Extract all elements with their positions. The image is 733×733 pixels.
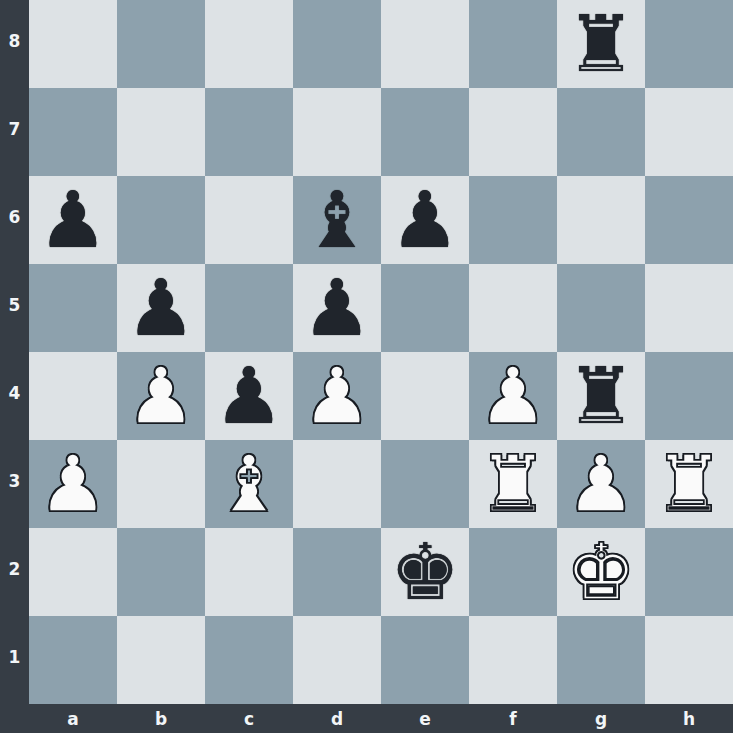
- square-e2[interactable]: ♚: [381, 528, 469, 616]
- square-f8[interactable]: [469, 0, 557, 88]
- square-f1[interactable]: [469, 616, 557, 704]
- white-bishop-piece[interactable]: ♝: [214, 440, 284, 528]
- square-g5[interactable]: [557, 264, 645, 352]
- square-f4[interactable]: ♟: [469, 352, 557, 440]
- file-label-h: h: [645, 704, 733, 733]
- square-g2[interactable]: ♚: [557, 528, 645, 616]
- white-rook-piece[interactable]: ♜: [478, 440, 548, 528]
- rank-labels: 87654321: [0, 0, 29, 704]
- black-king-piece[interactable]: ♚: [390, 528, 460, 616]
- square-d8[interactable]: [293, 0, 381, 88]
- black-pawn-piece[interactable]: ♟: [38, 176, 108, 264]
- square-a5[interactable]: [29, 264, 117, 352]
- square-d7[interactable]: [293, 88, 381, 176]
- square-a2[interactable]: [29, 528, 117, 616]
- square-c2[interactable]: [205, 528, 293, 616]
- black-rook-piece[interactable]: ♜: [566, 352, 636, 440]
- square-g1[interactable]: [557, 616, 645, 704]
- chess-board-frame: ♜♟♝♟♟♟♟♟♟♟♜♟♝♜♟♜♚♚ 87654321 abcdefgh: [0, 0, 733, 733]
- black-rook-piece[interactable]: ♜: [566, 0, 636, 88]
- square-d6[interactable]: ♝: [293, 176, 381, 264]
- square-a3[interactable]: ♟: [29, 440, 117, 528]
- square-a6[interactable]: ♟: [29, 176, 117, 264]
- square-f2[interactable]: [469, 528, 557, 616]
- square-c7[interactable]: [205, 88, 293, 176]
- square-a1[interactable]: [29, 616, 117, 704]
- file-label-a: a: [29, 704, 117, 733]
- square-b4[interactable]: ♟: [117, 352, 205, 440]
- square-a4[interactable]: [29, 352, 117, 440]
- square-b1[interactable]: [117, 616, 205, 704]
- square-d1[interactable]: [293, 616, 381, 704]
- square-h4[interactable]: [645, 352, 733, 440]
- rank-label-3: 3: [0, 440, 29, 528]
- square-c1[interactable]: [205, 616, 293, 704]
- square-d4[interactable]: ♟: [293, 352, 381, 440]
- square-g7[interactable]: [557, 88, 645, 176]
- square-c8[interactable]: [205, 0, 293, 88]
- square-g6[interactable]: [557, 176, 645, 264]
- square-b3[interactable]: [117, 440, 205, 528]
- square-c3[interactable]: ♝: [205, 440, 293, 528]
- square-d2[interactable]: [293, 528, 381, 616]
- square-g3[interactable]: ♟: [557, 440, 645, 528]
- file-label-g: g: [557, 704, 645, 733]
- rank-label-1: 1: [0, 616, 29, 704]
- white-king-piece[interactable]: ♚: [566, 528, 636, 616]
- square-f7[interactable]: [469, 88, 557, 176]
- square-c6[interactable]: [205, 176, 293, 264]
- rank-label-4: 4: [0, 352, 29, 440]
- file-label-c: c: [205, 704, 293, 733]
- black-bishop-piece[interactable]: ♝: [302, 176, 372, 264]
- square-h3[interactable]: ♜: [645, 440, 733, 528]
- square-f6[interactable]: [469, 176, 557, 264]
- square-g8[interactable]: ♜: [557, 0, 645, 88]
- rank-label-2: 2: [0, 528, 29, 616]
- square-a7[interactable]: [29, 88, 117, 176]
- square-b7[interactable]: [117, 88, 205, 176]
- rank-label-8: 8: [0, 0, 29, 88]
- black-pawn-piece[interactable]: ♟: [302, 264, 372, 352]
- square-e8[interactable]: [381, 0, 469, 88]
- square-b5[interactable]: ♟: [117, 264, 205, 352]
- square-b6[interactable]: [117, 176, 205, 264]
- square-c4[interactable]: ♟: [205, 352, 293, 440]
- square-c5[interactable]: [205, 264, 293, 352]
- square-e6[interactable]: ♟: [381, 176, 469, 264]
- chess-board: ♜♟♝♟♟♟♟♟♟♟♜♟♝♜♟♜♚♚: [29, 0, 733, 704]
- square-f3[interactable]: ♜: [469, 440, 557, 528]
- white-pawn-piece[interactable]: ♟: [126, 352, 196, 440]
- file-label-f: f: [469, 704, 557, 733]
- white-pawn-piece[interactable]: ♟: [478, 352, 548, 440]
- rank-label-6: 6: [0, 176, 29, 264]
- black-pawn-piece[interactable]: ♟: [214, 352, 284, 440]
- square-h8[interactable]: [645, 0, 733, 88]
- white-pawn-piece[interactable]: ♟: [302, 352, 372, 440]
- square-e4[interactable]: [381, 352, 469, 440]
- square-b2[interactable]: [117, 528, 205, 616]
- square-e3[interactable]: [381, 440, 469, 528]
- white-pawn-piece[interactable]: ♟: [566, 440, 636, 528]
- rank-label-5: 5: [0, 264, 29, 352]
- square-h7[interactable]: [645, 88, 733, 176]
- square-d3[interactable]: [293, 440, 381, 528]
- square-h1[interactable]: [645, 616, 733, 704]
- square-d5[interactable]: ♟: [293, 264, 381, 352]
- square-e5[interactable]: [381, 264, 469, 352]
- file-label-e: e: [381, 704, 469, 733]
- square-a8[interactable]: [29, 0, 117, 88]
- black-pawn-piece[interactable]: ♟: [390, 176, 460, 264]
- square-h2[interactable]: [645, 528, 733, 616]
- file-label-b: b: [117, 704, 205, 733]
- rank-label-7: 7: [0, 88, 29, 176]
- square-g4[interactable]: ♜: [557, 352, 645, 440]
- file-labels: abcdefgh: [29, 704, 733, 733]
- square-h6[interactable]: [645, 176, 733, 264]
- square-f5[interactable]: [469, 264, 557, 352]
- square-e1[interactable]: [381, 616, 469, 704]
- white-rook-piece[interactable]: ♜: [654, 440, 724, 528]
- white-pawn-piece[interactable]: ♟: [38, 440, 108, 528]
- square-b8[interactable]: [117, 0, 205, 88]
- square-h5[interactable]: [645, 264, 733, 352]
- black-pawn-piece[interactable]: ♟: [126, 264, 196, 352]
- square-e7[interactable]: [381, 88, 469, 176]
- file-label-d: d: [293, 704, 381, 733]
